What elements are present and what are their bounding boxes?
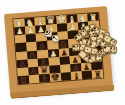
- board-square[interactable]: ♜: [18, 75, 29, 84]
- chess-piece-rook[interactable]: ♜: [93, 69, 102, 79]
- domino-half: [109, 47, 116, 53]
- chess-piece-bishop[interactable]: ♝: [72, 71, 81, 81]
- board-square[interactable]: ♝: [39, 74, 50, 83]
- board-square[interactable]: ♝: [71, 71, 82, 80]
- board-square[interactable]: ♚: [50, 73, 61, 82]
- chess-piece-bishop[interactable]: ♝: [40, 73, 49, 83]
- board-square[interactable]: [28, 74, 39, 83]
- chess-piece-king[interactable]: ♚: [50, 71, 61, 83]
- die: [51, 34, 59, 42]
- chess-piece-rook[interactable]: ♜: [19, 75, 28, 85]
- domino-half: [94, 55, 101, 61]
- domino: [103, 45, 118, 53]
- domino-half: [108, 38, 116, 46]
- board-square[interactable]: ♜: [92, 69, 103, 78]
- board-square[interactable]: [60, 72, 71, 81]
- chess-set-photo: ♜♞♝♛♚♝♞♜♟♟♟♟♟♟♟♟♞♟♟♟♟♝♟♟♛♟♟♜♝♚♝♜: [0, 0, 125, 105]
- board-square[interactable]: [81, 70, 92, 79]
